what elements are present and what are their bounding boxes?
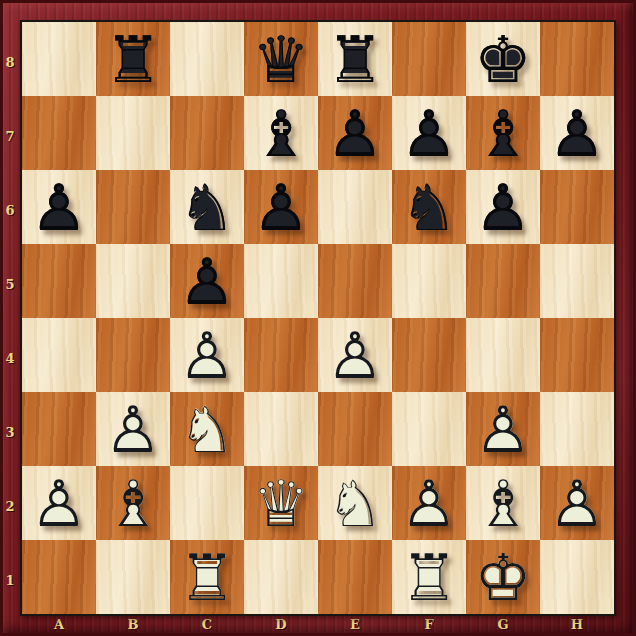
square-g3[interactable]: ♟♙ (466, 392, 540, 466)
square-d5[interactable] (244, 244, 318, 318)
black-queen-d8[interactable]: ♛♕ (244, 22, 318, 96)
white-knight-c3[interactable]: ♞♘ (170, 392, 244, 466)
piece-outline-glyph: ♕ (244, 466, 318, 540)
piece-glyph: ♛ (244, 22, 318, 96)
file-label-c: C (170, 613, 244, 636)
square-a5[interactable] (22, 244, 96, 318)
square-g4[interactable] (466, 318, 540, 392)
square-d8[interactable]: ♛♕ (244, 22, 318, 96)
white-pawn-e4[interactable]: ♟♙ (318, 318, 392, 392)
piece-glyph: ♞ (170, 392, 244, 466)
square-f7[interactable]: ♟♙ (392, 96, 466, 170)
piece-glyph: ♞ (318, 466, 392, 540)
square-b7[interactable] (96, 96, 170, 170)
file-label-b: B (96, 613, 170, 636)
square-f2[interactable]: ♟♙ (392, 466, 466, 540)
piece-outline-glyph: ♙ (244, 170, 318, 244)
piece-glyph: ♜ (392, 540, 466, 614)
square-g7[interactable]: ♝♗ (466, 96, 540, 170)
piece-outline-glyph: ♙ (540, 466, 614, 540)
square-d6[interactable]: ♟♙ (244, 170, 318, 244)
piece-outline-glyph: ♙ (392, 96, 466, 170)
square-e4[interactable]: ♟♙ (318, 318, 392, 392)
black-knight-c6[interactable]: ♞♘ (170, 170, 244, 244)
black-knight-f6[interactable]: ♞♘ (392, 170, 466, 244)
square-f4[interactable] (392, 318, 466, 392)
piece-glyph: ♟ (540, 466, 614, 540)
square-f3[interactable] (392, 392, 466, 466)
piece-glyph: ♞ (170, 170, 244, 244)
white-bishop-g2[interactable]: ♝♗ (466, 466, 540, 540)
piece-glyph: ♟ (244, 170, 318, 244)
square-c5[interactable]: ♟♙ (170, 244, 244, 318)
rank-label-7: 7 (0, 96, 20, 170)
square-b3[interactable]: ♟♙ (96, 392, 170, 466)
square-c6[interactable]: ♞♘ (170, 170, 244, 244)
square-a1[interactable] (22, 540, 96, 614)
square-b2[interactable]: ♝♗ (96, 466, 170, 540)
piece-outline-glyph: ♘ (392, 170, 466, 244)
square-b5[interactable] (96, 244, 170, 318)
square-f5[interactable] (392, 244, 466, 318)
square-h7[interactable]: ♟♙ (540, 96, 614, 170)
file-label-g: G (466, 613, 540, 636)
rank-label-1: 1 (0, 540, 20, 614)
piece-outline-glyph: ♙ (392, 466, 466, 540)
square-d1[interactable] (244, 540, 318, 614)
square-d4[interactable] (244, 318, 318, 392)
square-a8[interactable] (22, 22, 96, 96)
black-pawn-e7[interactable]: ♟♙ (318, 96, 392, 170)
square-e8[interactable]: ♜♖ (318, 22, 392, 96)
piece-outline-glyph: ♘ (170, 392, 244, 466)
file-label-a: A (22, 613, 96, 636)
square-h6[interactable] (540, 170, 614, 244)
rank-label-5: 5 (0, 244, 20, 318)
piece-glyph: ♚ (466, 540, 540, 614)
piece-outline-glyph: ♗ (96, 466, 170, 540)
square-h5[interactable] (540, 244, 614, 318)
white-pawn-c4[interactable]: ♟♙ (170, 318, 244, 392)
square-d3[interactable] (244, 392, 318, 466)
black-king-g8[interactable]: ♚♔ (466, 22, 540, 96)
white-pawn-f2[interactable]: ♟♙ (392, 466, 466, 540)
white-bishop-b2[interactable]: ♝♗ (96, 466, 170, 540)
piece-glyph: ♛ (244, 466, 318, 540)
white-king-g1[interactable]: ♚♔ (466, 540, 540, 614)
piece-glyph: ♜ (96, 22, 170, 96)
square-f1[interactable]: ♜♖ (392, 540, 466, 614)
square-f8[interactable] (392, 22, 466, 96)
square-c8[interactable] (170, 22, 244, 96)
square-g2[interactable]: ♝♗ (466, 466, 540, 540)
square-c1[interactable]: ♜♖ (170, 540, 244, 614)
square-g8[interactable]: ♚♔ (466, 22, 540, 96)
piece-outline-glyph: ♔ (466, 540, 540, 614)
chess-board: ♜♖♛♕♜♖♚♔♝♗♟♙♟♙♝♗♟♙♟♙♞♘♟♙♞♘♟♙♟♙♟♙♟♙♟♙♞♘♟♙… (22, 22, 614, 614)
piece-outline-glyph: ♗ (244, 96, 318, 170)
piece-glyph: ♟ (318, 318, 392, 392)
piece-outline-glyph: ♖ (96, 22, 170, 96)
square-a7[interactable] (22, 96, 96, 170)
square-e5[interactable] (318, 244, 392, 318)
piece-glyph: ♟ (540, 96, 614, 170)
square-a4[interactable] (22, 318, 96, 392)
square-h3[interactable] (540, 392, 614, 466)
square-d7[interactable]: ♝♗ (244, 96, 318, 170)
file-label-f: F (392, 613, 466, 636)
piece-outline-glyph: ♖ (392, 540, 466, 614)
square-a2[interactable]: ♟♙ (22, 466, 96, 540)
rank-label-6: 6 (0, 170, 20, 244)
piece-outline-glyph: ♙ (22, 170, 96, 244)
file-label-h: H (540, 613, 614, 636)
piece-glyph: ♝ (96, 466, 170, 540)
square-d2[interactable]: ♛♕ (244, 466, 318, 540)
piece-outline-glyph: ♙ (170, 318, 244, 392)
piece-glyph: ♟ (22, 466, 96, 540)
piece-outline-glyph: ♙ (466, 392, 540, 466)
square-h2[interactable]: ♟♙ (540, 466, 614, 540)
piece-glyph: ♟ (392, 466, 466, 540)
square-e7[interactable]: ♟♙ (318, 96, 392, 170)
black-bishop-d7[interactable]: ♝♗ (244, 96, 318, 170)
white-knight-e2[interactable]: ♞♘ (318, 466, 392, 540)
square-a3[interactable] (22, 392, 96, 466)
white-queen-d2[interactable]: ♛♕ (244, 466, 318, 540)
square-a6[interactable]: ♟♙ (22, 170, 96, 244)
piece-glyph: ♞ (392, 170, 466, 244)
piece-glyph: ♝ (466, 96, 540, 170)
white-rook-f1[interactable]: ♜♖ (392, 540, 466, 614)
rank-label-3: 3 (0, 392, 20, 466)
white-rook-c1[interactable]: ♜♖ (170, 540, 244, 614)
piece-glyph: ♟ (318, 96, 392, 170)
square-c2[interactable] (170, 466, 244, 540)
black-rook-e8[interactable]: ♜♖ (318, 22, 392, 96)
board-border: ♜♖♛♕♜♖♚♔♝♗♟♙♟♙♝♗♟♙♟♙♞♘♟♙♞♘♟♙♟♙♟♙♟♙♟♙♞♘♟♙… (20, 20, 616, 616)
piece-glyph: ♟ (170, 244, 244, 318)
black-pawn-h7[interactable]: ♟♙ (540, 96, 614, 170)
square-c7[interactable] (170, 96, 244, 170)
file-label-d: D (244, 613, 318, 636)
file-labels: ABCDEFGH (22, 613, 614, 636)
piece-glyph: ♜ (318, 22, 392, 96)
piece-glyph: ♟ (392, 96, 466, 170)
piece-outline-glyph: ♙ (170, 244, 244, 318)
square-b6[interactable] (96, 170, 170, 244)
piece-outline-glyph: ♔ (466, 22, 540, 96)
piece-outline-glyph: ♙ (318, 318, 392, 392)
piece-outline-glyph: ♖ (170, 540, 244, 614)
piece-glyph: ♝ (244, 96, 318, 170)
file-label-e: E (318, 613, 392, 636)
rank-labels: 87654321 (0, 22, 20, 614)
piece-outline-glyph: ♗ (466, 96, 540, 170)
square-b8[interactable]: ♜♖ (96, 22, 170, 96)
square-e6[interactable] (318, 170, 392, 244)
black-bishop-g7[interactable]: ♝♗ (466, 96, 540, 170)
piece-outline-glyph: ♙ (22, 466, 96, 540)
piece-outline-glyph: ♙ (466, 170, 540, 244)
square-h1[interactable] (540, 540, 614, 614)
piece-outline-glyph: ♙ (540, 96, 614, 170)
screenshot-root: 87654321 ABCDEFGH ♜♖♛♕♜♖♚♔♝♗♟♙♟♙♝♗♟♙♟♙♞♘… (0, 0, 636, 636)
piece-outline-glyph: ♕ (244, 22, 318, 96)
piece-glyph: ♟ (466, 170, 540, 244)
black-pawn-f7[interactable]: ♟♙ (392, 96, 466, 170)
square-f6[interactable]: ♞♘ (392, 170, 466, 244)
square-b4[interactable] (96, 318, 170, 392)
square-e3[interactable] (318, 392, 392, 466)
piece-glyph: ♟ (170, 318, 244, 392)
piece-outline-glyph: ♖ (318, 22, 392, 96)
board-frame: 87654321 ABCDEFGH ♜♖♛♕♜♖♚♔♝♗♟♙♟♙♝♗♟♙♟♙♞♘… (0, 0, 636, 636)
piece-outline-glyph: ♘ (318, 466, 392, 540)
piece-outline-glyph: ♙ (318, 96, 392, 170)
square-c3[interactable]: ♞♘ (170, 392, 244, 466)
square-e1[interactable] (318, 540, 392, 614)
white-pawn-a2[interactable]: ♟♙ (22, 466, 96, 540)
black-pawn-c5[interactable]: ♟♙ (170, 244, 244, 318)
piece-glyph: ♝ (466, 466, 540, 540)
rank-label-8: 8 (0, 22, 20, 96)
white-pawn-h2[interactable]: ♟♙ (540, 466, 614, 540)
square-g5[interactable] (466, 244, 540, 318)
rank-label-2: 2 (0, 466, 20, 540)
black-pawn-g6[interactable]: ♟♙ (466, 170, 540, 244)
white-pawn-g3[interactable]: ♟♙ (466, 392, 540, 466)
square-g1[interactable]: ♚♔ (466, 540, 540, 614)
piece-glyph: ♟ (466, 392, 540, 466)
piece-glyph: ♟ (22, 170, 96, 244)
piece-outline-glyph: ♙ (96, 392, 170, 466)
piece-outline-glyph: ♘ (170, 170, 244, 244)
black-rook-b8[interactable]: ♜♖ (96, 22, 170, 96)
white-pawn-b3[interactable]: ♟♙ (96, 392, 170, 466)
rank-label-4: 4 (0, 318, 20, 392)
black-pawn-d6[interactable]: ♟♙ (244, 170, 318, 244)
square-h8[interactable] (540, 22, 614, 96)
square-c4[interactable]: ♟♙ (170, 318, 244, 392)
piece-outline-glyph: ♗ (466, 466, 540, 540)
piece-glyph: ♚ (466, 22, 540, 96)
piece-glyph: ♟ (96, 392, 170, 466)
square-g6[interactable]: ♟♙ (466, 170, 540, 244)
black-pawn-a6[interactable]: ♟♙ (22, 170, 96, 244)
square-e2[interactable]: ♞♘ (318, 466, 392, 540)
square-h4[interactable] (540, 318, 614, 392)
square-b1[interactable] (96, 540, 170, 614)
piece-glyph: ♜ (170, 540, 244, 614)
